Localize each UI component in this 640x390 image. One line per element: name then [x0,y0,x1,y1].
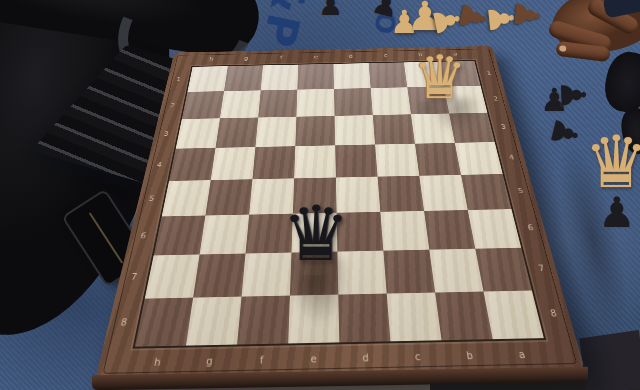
square-a6[interactable] [468,209,521,249]
square-a8[interactable] [484,291,544,340]
black-queen-glyph: ♛ [276,196,356,272]
square-f8[interactable] [237,296,290,345]
square-d4[interactable] [335,145,377,178]
white-queen-on-b2[interactable]: ♛ [407,47,473,107]
square-b7[interactable] [429,249,483,293]
square-f2[interactable] [258,90,297,118]
square-g7[interactable] [193,254,245,298]
offboard-piece-black: ♟ [598,192,636,234]
square-b5[interactable] [419,175,467,211]
square-h3[interactable] [176,118,220,148]
square-g2[interactable] [220,90,261,118]
square-g1[interactable] [224,65,263,91]
square-g4[interactable] [211,147,256,180]
square-c8[interactable] [387,293,442,342]
square-f3[interactable] [255,117,296,147]
square-c7[interactable] [383,250,435,294]
tablecloth-print-text: &P [253,0,318,53]
square-a7[interactable] [475,248,532,292]
square-g3[interactable] [216,117,259,147]
white-queen-glyph: ♛ [407,47,473,107]
square-f4[interactable] [252,146,295,179]
square-h6[interactable] [154,216,206,256]
square-c1[interactable] [369,62,408,88]
square-c3[interactable] [373,114,415,144]
offboard-piece-black-pawn: ♟ [318,0,343,20]
square-c5[interactable] [378,176,424,212]
square-d3[interactable] [335,115,375,145]
square-g6[interactable] [200,215,250,255]
square-h7[interactable] [145,254,200,298]
square-e8[interactable] [288,295,339,344]
square-c6[interactable] [380,211,429,251]
square-b4[interactable] [415,143,461,176]
square-d2[interactable] [334,88,373,116]
square-h8[interactable] [135,298,193,347]
square-h1[interactable] [187,66,227,92]
square-c2[interactable] [371,87,411,115]
square-h4[interactable] [169,148,216,181]
square-f1[interactable] [261,65,299,91]
photo-scene: &P O hgfedcba hgfedcba 12345678 12345678… [0,0,640,390]
square-g5[interactable] [205,179,252,215]
square-h5[interactable] [162,180,211,216]
square-e3[interactable] [295,116,335,146]
square-b6[interactable] [424,210,475,250]
square-e1[interactable] [297,64,334,90]
square-e2[interactable] [296,89,334,117]
square-a3[interactable] [449,113,495,143]
square-b3[interactable] [411,113,455,143]
offboard-piece-lying: ♟ [509,0,546,32]
offboard-piece-black-lying: ♟ [556,79,591,111]
bottom-right-dark-area [579,330,640,390]
square-g8[interactable] [186,297,242,346]
square-c4[interactable] [375,144,419,177]
black-queen-on-e7[interactable]: ♛ [276,196,356,272]
square-h2[interactable] [182,91,224,119]
square-e4[interactable] [294,145,336,178]
square-a5[interactable] [461,174,512,210]
square-a4[interactable] [455,142,503,175]
square-d8[interactable] [338,294,390,343]
square-d1[interactable] [333,63,370,89]
